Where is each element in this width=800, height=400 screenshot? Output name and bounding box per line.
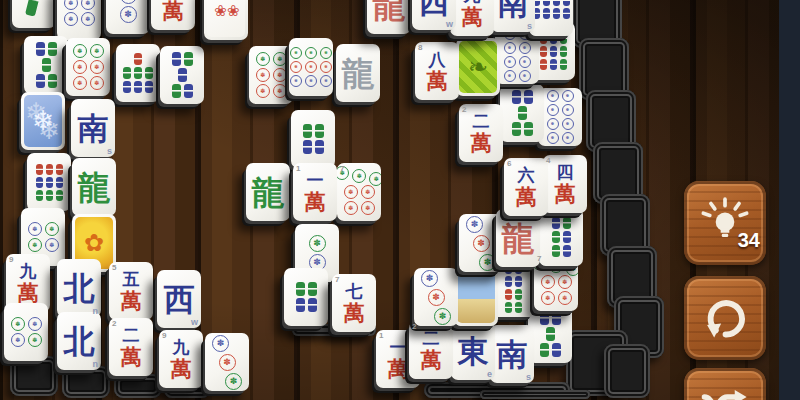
tile-circles-3[interactable]: ✽✽✽ (205, 333, 249, 391)
tile-man-9[interactable]: 9九萬 (450, 0, 494, 36)
tile-wind-west[interactable]: 西w (412, 0, 456, 30)
hidden-tile-stack-edge (62, 366, 110, 398)
tile-bamboo-4[interactable] (291, 110, 335, 168)
tile-man-4[interactable]: 4四萬 (543, 155, 587, 213)
tile-bamboo-5[interactable] (24, 36, 68, 94)
tile-bamboo-8[interactable] (529, 0, 573, 36)
tile-man-2[interactable]: 2二萬 (109, 318, 153, 376)
hidden-tile-stack-edge (480, 390, 590, 399)
undo-icon (699, 292, 751, 344)
tile-circles-3[interactable]: ✽✽✽ (414, 268, 458, 326)
season-plum-art: ❀ ❀ (207, 0, 245, 37)
tile-man-7[interactable]: 7七萬 (151, 0, 195, 30)
tile-man-8[interactable]: 8八萬 (415, 42, 459, 100)
tile-wind-north[interactable]: 北n (57, 259, 101, 317)
tile-bamboo-4[interactable] (284, 268, 328, 326)
tile-man-9[interactable]: 9九萬 (159, 330, 203, 388)
tile-wind-south[interactable]: 南s (490, 325, 534, 383)
tile-bamboo-5[interactable] (528, 305, 572, 363)
tile-dragon-red[interactable]: 龍 (496, 209, 540, 267)
shuffle-icon (699, 384, 751, 400)
tile-man-1[interactable]: 1一萬 (293, 163, 337, 221)
tile-circles-6[interactable]: ✽✽✽✽✽✽ (66, 38, 110, 96)
tile-dragon-green[interactable]: 龍 (246, 163, 290, 221)
hint-count: 34 (738, 229, 760, 252)
tile-dragon-white[interactable]: 龍 (336, 44, 380, 102)
tile-dragon-green[interactable]: 龍 (72, 158, 116, 216)
tile-season-plum[interactable]: ❀ ❀ (204, 0, 248, 40)
tile-bamboo-5[interactable] (160, 46, 204, 104)
tile-bamboo-1[interactable] (12, 0, 56, 28)
season-summer-art (457, 271, 495, 323)
tile-circles-6[interactable]: ✽✽✽✽✽✽ (249, 46, 293, 104)
tile-season-summer[interactable] (454, 268, 498, 326)
tile-circles-2[interactable]: ✽✽ (106, 0, 150, 34)
tile-circles-4[interactable]: ✽✽✽✽ (57, 0, 101, 40)
tile-wind-south[interactable]: 南s (71, 99, 115, 157)
tile-wind-west[interactable]: 西w (157, 270, 201, 328)
hidden-tile-stack-edge (604, 344, 650, 398)
hidden-tile-stack-edge (114, 374, 162, 398)
tile-wind-south[interactable]: 南s (491, 0, 535, 32)
tile-season-spring[interactable]: ❧ (456, 38, 500, 96)
undo-button[interactable] (684, 276, 766, 360)
season-winter-art: ❄ (24, 95, 62, 147)
mahjong-board: ✽✽✽✽✽✽7七萬✽✽✽✽✽✽❄南s龍✽✽✽✽✿9九萬北n5五萬西w✽✽✽✽北n… (0, 0, 800, 400)
season-spring-art: ❧ (459, 41, 497, 93)
tile-man-5[interactable]: 5五萬 (109, 262, 153, 320)
tile-circles-9[interactable]: ✽✽✽✽✽✽✽✽✽ (289, 38, 333, 96)
right-edge-band (779, 0, 800, 400)
tile-bamboo-5[interactable] (500, 84, 544, 142)
tile-season-winter[interactable]: ❄ (21, 92, 65, 150)
tile-man-2[interactable]: 2二萬 (459, 104, 503, 162)
tile-man-6[interactable]: 6六萬 (504, 158, 548, 216)
tile-circles-8[interactable]: ✽✽✽✽✽✽✽✽ (538, 88, 582, 146)
shuffle-button[interactable] (684, 368, 766, 400)
tile-bamboo-6[interactable] (539, 208, 583, 266)
tile-wind-east[interactable]: 東e (451, 322, 495, 380)
tile-man-7[interactable]: 7七萬 (332, 274, 376, 332)
tile-circles-4[interactable]: ✽✽✽✽ (4, 303, 48, 361)
hint-button[interactable]: 34 (684, 181, 766, 265)
tile-dragon-red[interactable]: 龍 (367, 0, 411, 34)
tile-man-2[interactable]: 2二萬 (409, 321, 453, 379)
hidden-tile-stack-edge (10, 356, 58, 396)
tile-bamboo-9[interactable] (27, 153, 71, 211)
tile-wind-north[interactable]: 北n (57, 312, 101, 370)
tile-bamboo-7[interactable] (116, 44, 160, 102)
tile-circles-7[interactable]: 7✽✽✽✽✽✽✽ (337, 163, 381, 221)
